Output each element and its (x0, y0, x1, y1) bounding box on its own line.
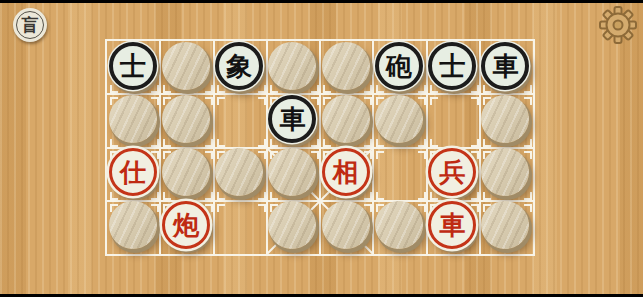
piece-black-chariot[interactable]: 車 (268, 95, 316, 143)
banqi-board: 士象砲士車車仕相兵炮車 (105, 39, 535, 256)
piece-face-down[interactable] (322, 42, 370, 90)
cell-r2c1[interactable] (107, 94, 160, 147)
game-stage: 盲 士象砲士車車仕相兵炮車 (0, 0, 643, 297)
piece-face-down[interactable] (481, 148, 529, 196)
piece-face-down[interactable] (109, 201, 157, 249)
piece-face-down[interactable] (109, 95, 157, 143)
cell-r2c8[interactable] (480, 94, 533, 147)
piece-face-down[interactable] (481, 201, 529, 249)
piece-face-down[interactable] (481, 95, 529, 143)
cell-r2c2[interactable] (160, 94, 213, 147)
cell-r3c1[interactable]: 仕 (107, 148, 160, 201)
cell-r3c3[interactable] (214, 148, 267, 201)
cell-r4c3[interactable] (214, 201, 267, 254)
gear-icon[interactable] (598, 5, 638, 45)
cell-r3c5[interactable]: 相 (320, 148, 373, 201)
cell-r4c7[interactable]: 車 (427, 201, 480, 254)
piece-face-down[interactable] (322, 201, 370, 249)
cell-r3c6[interactable] (373, 148, 426, 201)
cell-r4c2[interactable]: 炮 (160, 201, 213, 254)
cell-r1c6[interactable]: 砲 (373, 41, 426, 94)
cell-r3c7[interactable]: 兵 (427, 148, 480, 201)
board-cells: 士象砲士車車仕相兵炮車 (107, 41, 533, 254)
cell-r1c4[interactable] (267, 41, 320, 94)
piece-face-down[interactable] (268, 148, 316, 196)
piece-face-down[interactable] (375, 95, 423, 143)
piece-black-chariot[interactable]: 車 (481, 42, 529, 90)
piece-face-down[interactable] (268, 42, 316, 90)
piece-face-down[interactable] (162, 95, 210, 143)
cell-r4c1[interactable] (107, 201, 160, 254)
piece-black-advisor[interactable]: 士 (428, 42, 476, 90)
cell-r2c3[interactable] (214, 94, 267, 147)
letterbox-top (0, 0, 643, 3)
piece-red-elephant[interactable]: 相 (322, 148, 370, 196)
cell-r1c3[interactable]: 象 (214, 41, 267, 94)
cell-r1c8[interactable]: 車 (480, 41, 533, 94)
cell-r1c1[interactable]: 士 (107, 41, 160, 94)
cell-r4c8[interactable] (480, 201, 533, 254)
blind-mode-button[interactable]: 盲 (13, 8, 47, 42)
piece-black-advisor[interactable]: 士 (109, 42, 157, 90)
piece-red-soldier[interactable]: 兵 (428, 148, 476, 196)
cell-r4c5[interactable] (320, 201, 373, 254)
piece-face-down[interactable] (268, 201, 316, 249)
cell-r4c4[interactable] (267, 201, 320, 254)
cell-r1c5[interactable] (320, 41, 373, 94)
cell-r3c8[interactable] (480, 148, 533, 201)
cell-r2c5[interactable] (320, 94, 373, 147)
piece-red-cannon[interactable]: 炮 (162, 201, 210, 249)
piece-face-down[interactable] (322, 95, 370, 143)
piece-black-elephant[interactable]: 象 (215, 42, 263, 90)
piece-red-advisor[interactable]: 仕 (109, 148, 157, 196)
blind-mode-label: 盲 (22, 17, 39, 34)
piece-face-down[interactable] (162, 42, 210, 90)
piece-face-down[interactable] (215, 148, 263, 196)
cell-r4c6[interactable] (373, 201, 426, 254)
cell-r2c4[interactable]: 車 (267, 94, 320, 147)
cell-r1c7[interactable]: 士 (427, 41, 480, 94)
cell-r2c6[interactable] (373, 94, 426, 147)
piece-face-down[interactable] (375, 201, 423, 249)
cell-r3c2[interactable] (160, 148, 213, 201)
cell-r1c2[interactable] (160, 41, 213, 94)
cell-r3c4[interactable] (267, 148, 320, 201)
piece-face-down[interactable] (162, 148, 210, 196)
cell-r2c7[interactable] (427, 94, 480, 147)
piece-black-cannon[interactable]: 砲 (375, 42, 423, 90)
piece-red-chariot[interactable]: 車 (428, 201, 476, 249)
